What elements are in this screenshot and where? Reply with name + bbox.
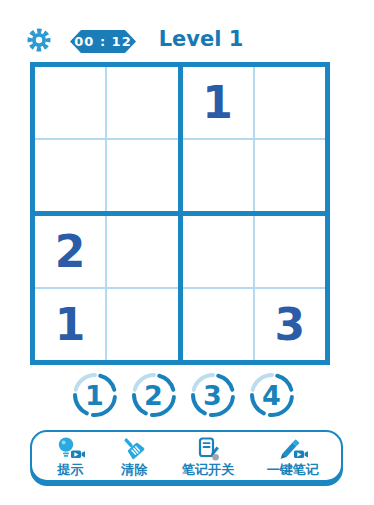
box-bottom-right: 3 — [183, 216, 326, 360]
clear-button[interactable]: 清除 — [119, 435, 149, 478]
cell-r1c1[interactable] — [107, 140, 177, 211]
number-button-2[interactable]: 2 — [131, 372, 177, 418]
hint-label: 提示 — [57, 462, 83, 478]
number-button-3[interactable]: 3 — [190, 372, 236, 418]
number-button-1[interactable]: 1 — [72, 372, 118, 418]
number-pad: 1 2 3 — [0, 372, 370, 418]
number-button-3-digit: 3 — [190, 372, 236, 418]
cell-r0c3[interactable] — [255, 67, 325, 138]
bottom-toolbar: 提示 清除 — [30, 430, 343, 482]
cell-r0c1[interactable] — [107, 67, 177, 138]
clear-label: 清除 — [121, 462, 147, 478]
hint-button[interactable]: 提示 — [54, 435, 86, 478]
cell-r0c2[interactable]: 1 — [183, 67, 253, 138]
level-title: Level 1 — [14, 27, 374, 51]
cell-r3c1[interactable] — [107, 289, 177, 360]
box-bottom-left: 2 1 — [35, 216, 178, 360]
notes-toggle-icon — [193, 435, 223, 462]
box-top-right: 1 — [183, 67, 326, 211]
cell-r2c2[interactable] — [183, 216, 253, 287]
cell-r3c0[interactable]: 1 — [35, 289, 105, 360]
number-button-4-digit: 4 — [249, 372, 295, 418]
hint-lightbulb-video-icon — [54, 435, 86, 462]
sudoku-app-screen: 00 : 12 Level 1 1 2 1 3 — [0, 0, 374, 505]
one-key-notes-label: 一键笔记 — [267, 462, 319, 478]
cell-r2c1[interactable] — [107, 216, 177, 287]
box-top-left — [35, 67, 178, 211]
notes-toggle-button[interactable]: 笔记开关 — [182, 435, 234, 478]
clear-broom-icon — [119, 435, 149, 462]
cell-r1c2[interactable] — [183, 140, 253, 211]
number-button-2-digit: 2 — [131, 372, 177, 418]
cell-r3c2[interactable] — [183, 289, 253, 360]
number-button-4[interactable]: 4 — [249, 372, 295, 418]
notes-toggle-label: 笔记开关 — [182, 462, 234, 478]
one-key-notes-button[interactable]: 一键笔记 — [267, 435, 319, 478]
number-button-1-digit: 1 — [72, 372, 118, 418]
cell-r2c0[interactable]: 2 — [35, 216, 105, 287]
cell-r1c3[interactable] — [255, 140, 325, 211]
sudoku-board: 1 2 1 3 — [30, 62, 330, 365]
cell-r0c0[interactable] — [35, 67, 105, 138]
cell-r1c0[interactable] — [35, 140, 105, 211]
cell-r2c3[interactable] — [255, 216, 325, 287]
cell-r3c3[interactable]: 3 — [255, 289, 325, 360]
one-key-notes-pencil-video-icon — [277, 435, 309, 462]
